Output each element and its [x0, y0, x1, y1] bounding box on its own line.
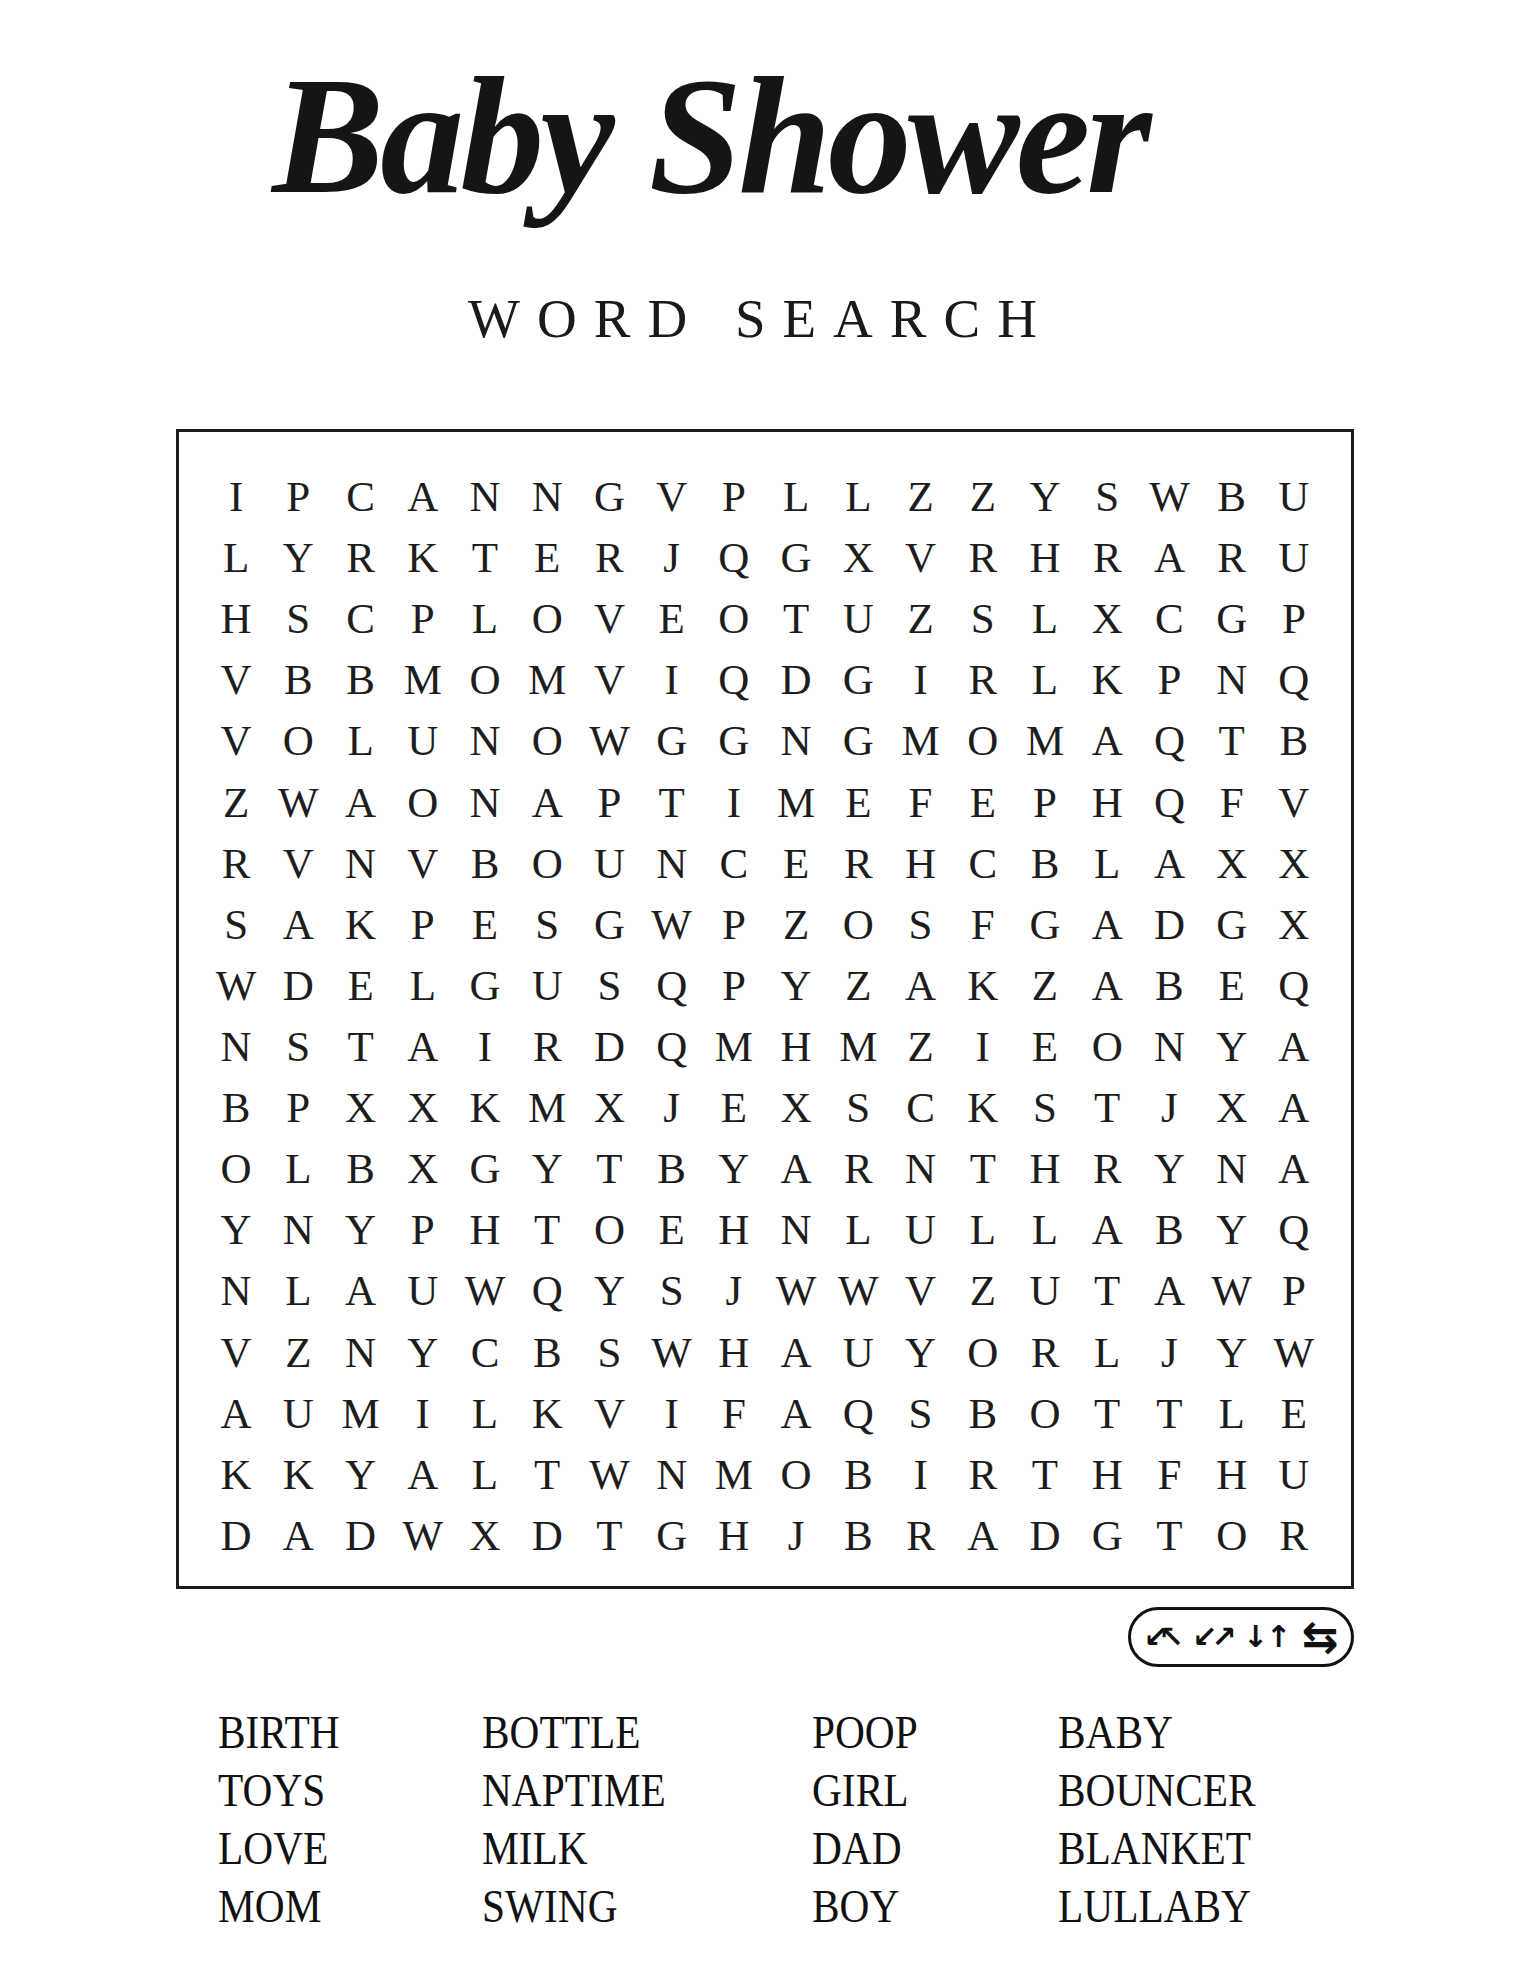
grid-cell[interactable]: G — [765, 527, 827, 588]
grid-cell[interactable]: O — [827, 894, 889, 955]
grid-cell[interactable]: U — [392, 1260, 454, 1321]
grid-cell[interactable]: Y — [329, 1199, 391, 1260]
grid-cell[interactable]: W — [454, 1260, 516, 1321]
grid-cell[interactable]: Y — [267, 527, 329, 588]
grid-cell[interactable]: L — [1014, 649, 1076, 710]
grid-cell[interactable]: H — [1201, 1444, 1263, 1505]
grid-cell[interactable]: D — [205, 1505, 267, 1566]
grid-cell[interactable]: R — [1014, 1322, 1076, 1383]
grid-cell[interactable]: R — [1076, 527, 1138, 588]
grid-cell[interactable]: H — [765, 1016, 827, 1077]
grid-cell[interactable]: Z — [205, 772, 267, 833]
grid-cell[interactable]: O — [516, 710, 578, 771]
grid-cell[interactable]: P — [1263, 1260, 1325, 1321]
grid-cell[interactable]: Y — [329, 1444, 391, 1505]
grid-cell[interactable]: T — [454, 527, 516, 588]
grid-cell[interactable]: P — [1014, 772, 1076, 833]
grid-cell[interactable]: N — [889, 1138, 951, 1199]
grid-cell[interactable]: S — [267, 588, 329, 649]
grid-cell[interactable]: V — [205, 1322, 267, 1383]
grid-cell[interactable]: H — [205, 588, 267, 649]
grid-cell[interactable]: B — [827, 1505, 889, 1566]
grid-cell[interactable]: A — [765, 1383, 827, 1444]
grid-cell[interactable]: Q — [703, 527, 765, 588]
grid-cell[interactable]: Z — [827, 955, 889, 1016]
grid-cell[interactable]: A — [1263, 1077, 1325, 1138]
grid-cell[interactable]: T — [1076, 1260, 1138, 1321]
grid-cell[interactable]: C — [329, 588, 391, 649]
grid-cell[interactable]: X — [1201, 833, 1263, 894]
grid-cell[interactable]: V — [1263, 772, 1325, 833]
grid-cell[interactable]: T — [329, 1016, 391, 1077]
grid-cell[interactable]: L — [952, 1199, 1014, 1260]
grid-cell[interactable]: P — [578, 772, 640, 833]
grid-cell[interactable]: U — [827, 1322, 889, 1383]
grid-cell[interactable]: D — [1014, 1505, 1076, 1566]
grid-cell[interactable]: R — [329, 527, 391, 588]
word-list-item[interactable]: GIRL — [812, 1761, 918, 1819]
grid-cell[interactable]: U — [889, 1199, 951, 1260]
grid-cell[interactable]: R — [1076, 1138, 1138, 1199]
grid-cell[interactable]: V — [641, 466, 703, 527]
grid-cell[interactable]: G — [1201, 894, 1263, 955]
grid-cell[interactable]: S — [516, 894, 578, 955]
grid-cell[interactable]: N — [205, 1016, 267, 1077]
grid-cell[interactable]: L — [1076, 1322, 1138, 1383]
grid-cell[interactable]: R — [578, 527, 640, 588]
grid-cell[interactable]: X — [392, 1138, 454, 1199]
grid-cell[interactable]: A — [516, 772, 578, 833]
grid-cell[interactable]: O — [1076, 1016, 1138, 1077]
grid-cell[interactable]: L — [1076, 833, 1138, 894]
grid-cell[interactable]: L — [827, 466, 889, 527]
word-list-item[interactable]: MILK — [482, 1819, 666, 1877]
grid-cell[interactable]: L — [454, 588, 516, 649]
grid-cell[interactable]: T — [1076, 1383, 1138, 1444]
grid-cell[interactable]: X — [392, 1077, 454, 1138]
grid-cell[interactable]: Y — [392, 1322, 454, 1383]
grid-cell[interactable]: X — [1201, 1077, 1263, 1138]
grid-cell[interactable]: Q — [1138, 772, 1200, 833]
grid-cell[interactable]: I — [703, 772, 765, 833]
grid-cell[interactable]: O — [578, 1199, 640, 1260]
grid-cell[interactable]: J — [765, 1505, 827, 1566]
grid-cell[interactable]: N — [1201, 1138, 1263, 1199]
grid-cell[interactable]: C — [454, 1322, 516, 1383]
grid-cell[interactable]: U — [516, 955, 578, 1016]
word-list-item[interactable]: TOYS — [218, 1761, 340, 1819]
word-list-item[interactable]: BOY — [812, 1877, 918, 1935]
grid-cell[interactable]: T — [1014, 1444, 1076, 1505]
grid-cell[interactable]: N — [454, 466, 516, 527]
grid-cell[interactable]: X — [1263, 833, 1325, 894]
grid-cell[interactable]: U — [578, 833, 640, 894]
grid-cell[interactable]: C — [329, 466, 391, 527]
grid-cell[interactable]: B — [827, 1444, 889, 1505]
grid-cell[interactable]: Y — [1201, 1322, 1263, 1383]
grid-cell[interactable]: I — [889, 1444, 951, 1505]
grid-cell[interactable]: J — [1138, 1322, 1200, 1383]
grid-cell[interactable]: R — [1263, 1505, 1325, 1566]
grid-cell[interactable]: M — [765, 772, 827, 833]
grid-cell[interactable]: R — [952, 527, 1014, 588]
grid-cell[interactable]: A — [392, 466, 454, 527]
grid-cell[interactable]: O — [952, 1322, 1014, 1383]
grid-cell[interactable]: Z — [952, 1260, 1014, 1321]
grid-cell[interactable]: Y — [703, 1138, 765, 1199]
grid-cell[interactable]: T — [952, 1138, 1014, 1199]
grid-cell[interactable]: Z — [889, 1016, 951, 1077]
grid-cell[interactable]: H — [703, 1199, 765, 1260]
grid-cell[interactable]: B — [1263, 710, 1325, 771]
grid-cell[interactable]: V — [889, 527, 951, 588]
grid-cell[interactable]: Q — [1263, 1199, 1325, 1260]
grid-cell[interactable]: G — [454, 1138, 516, 1199]
grid-cell[interactable]: D — [1138, 894, 1200, 955]
grid-cell[interactable]: N — [641, 1444, 703, 1505]
grid-cell[interactable]: D — [267, 955, 329, 1016]
grid-cell[interactable]: B — [516, 1322, 578, 1383]
grid-cell[interactable]: N — [516, 466, 578, 527]
grid-cell[interactable]: H — [1014, 527, 1076, 588]
grid-cell[interactable]: L — [454, 1383, 516, 1444]
grid-cell[interactable]: L — [454, 1444, 516, 1505]
grid-cell[interactable]: D — [329, 1505, 391, 1566]
grid-cell[interactable]: R — [827, 1138, 889, 1199]
grid-cell[interactable]: N — [641, 833, 703, 894]
grid-cell[interactable]: W — [267, 772, 329, 833]
word-list-item[interactable]: BABY — [1058, 1703, 1256, 1761]
grid-cell[interactable]: T — [1201, 710, 1263, 771]
grid-cell[interactable]: K — [205, 1444, 267, 1505]
grid-cell[interactable]: L — [329, 710, 391, 771]
grid-cell[interactable]: H — [1014, 1138, 1076, 1199]
grid-cell[interactable]: V — [578, 588, 640, 649]
word-list-item[interactable]: BIRTH — [218, 1703, 340, 1761]
grid-cell[interactable]: B — [1138, 1199, 1200, 1260]
grid-cell[interactable]: L — [392, 955, 454, 1016]
grid-cell[interactable]: N — [329, 1322, 391, 1383]
grid-cell[interactable]: I — [889, 649, 951, 710]
grid-cell[interactable]: A — [765, 1138, 827, 1199]
grid-cell[interactable]: U — [267, 1383, 329, 1444]
grid-cell[interactable]: R — [1201, 527, 1263, 588]
grid-cell[interactable]: A — [1076, 710, 1138, 771]
grid-cell[interactable]: T — [765, 588, 827, 649]
grid-cell[interactable]: H — [454, 1199, 516, 1260]
grid-cell[interactable]: A — [1138, 1260, 1200, 1321]
grid-cell[interactable]: M — [392, 649, 454, 710]
grid-cell[interactable]: B — [1014, 833, 1076, 894]
grid-cell[interactable]: W — [765, 1260, 827, 1321]
grid-cell[interactable]: Z — [765, 894, 827, 955]
grid-cell[interactable]: M — [827, 1016, 889, 1077]
grid-cell[interactable]: A — [1263, 1138, 1325, 1199]
grid-cell[interactable]: A — [329, 772, 391, 833]
grid-cell[interactable]: Y — [1014, 466, 1076, 527]
grid-cell[interactable]: Y — [889, 1322, 951, 1383]
grid-cell[interactable]: W — [392, 1505, 454, 1566]
grid-cell[interactable]: E — [1201, 955, 1263, 1016]
grid-cell[interactable]: V — [205, 710, 267, 771]
grid-cell[interactable]: S — [827, 1077, 889, 1138]
grid-cell[interactable]: H — [703, 1322, 765, 1383]
grid-cell[interactable]: P — [1138, 649, 1200, 710]
grid-cell[interactable]: A — [267, 1505, 329, 1566]
grid-cell[interactable]: S — [1014, 1077, 1076, 1138]
grid-cell[interactable]: O — [765, 1444, 827, 1505]
grid-cell[interactable]: E — [329, 955, 391, 1016]
grid-cell[interactable]: R — [516, 1016, 578, 1077]
grid-cell[interactable]: M — [703, 1444, 765, 1505]
grid-cell[interactable]: A — [1263, 1016, 1325, 1077]
grid-cell[interactable]: A — [1138, 527, 1200, 588]
grid-cell[interactable]: D — [516, 1505, 578, 1566]
grid-cell[interactable]: P — [267, 466, 329, 527]
grid-cell[interactable]: H — [703, 1505, 765, 1566]
grid-cell[interactable]: E — [516, 527, 578, 588]
grid-cell[interactable]: L — [267, 1138, 329, 1199]
grid-cell[interactable]: Z — [952, 466, 1014, 527]
grid-cell[interactable]: O — [952, 710, 1014, 771]
grid-cell[interactable]: B — [1138, 955, 1200, 1016]
grid-cell[interactable]: N — [454, 772, 516, 833]
grid-cell[interactable]: C — [703, 833, 765, 894]
grid-cell[interactable]: P — [703, 894, 765, 955]
grid-cell[interactable]: G — [827, 710, 889, 771]
grid-cell[interactable]: A — [267, 894, 329, 955]
grid-cell[interactable]: E — [1263, 1383, 1325, 1444]
grid-cell[interactable]: T — [1138, 1383, 1200, 1444]
grid-cell[interactable]: S — [578, 955, 640, 1016]
word-list-item[interactable]: BLANKET — [1058, 1819, 1256, 1877]
grid-cell[interactable]: W — [578, 1444, 640, 1505]
grid-cell[interactable]: N — [765, 710, 827, 771]
grid-cell[interactable]: B — [329, 1138, 391, 1199]
grid-cell[interactable]: X — [827, 527, 889, 588]
grid-cell[interactable]: A — [329, 1260, 391, 1321]
grid-cell[interactable]: P — [703, 955, 765, 1016]
word-list-item[interactable]: BOTTLE — [482, 1703, 666, 1761]
grid-cell[interactable]: G — [703, 710, 765, 771]
grid-cell[interactable]: G — [641, 1505, 703, 1566]
grid-cell[interactable]: U — [1263, 1444, 1325, 1505]
grid-cell[interactable]: X — [329, 1077, 391, 1138]
grid-cell[interactable]: R — [889, 1505, 951, 1566]
grid-cell[interactable]: S — [578, 1322, 640, 1383]
grid-cell[interactable]: M — [703, 1016, 765, 1077]
grid-cell[interactable]: B — [267, 649, 329, 710]
grid-cell[interactable]: Q — [827, 1383, 889, 1444]
grid-cell[interactable]: G — [454, 955, 516, 1016]
grid-cell[interactable]: G — [827, 649, 889, 710]
word-list-item[interactable]: SWING — [482, 1877, 666, 1935]
grid-cell[interactable]: B — [952, 1383, 1014, 1444]
grid-cell[interactable]: P — [1263, 588, 1325, 649]
grid-cell[interactable]: U — [392, 710, 454, 771]
grid-cell[interactable]: Z — [889, 466, 951, 527]
grid-cell[interactable]: P — [392, 588, 454, 649]
grid-cell[interactable]: O — [1014, 1383, 1076, 1444]
grid-cell[interactable]: T — [516, 1444, 578, 1505]
grid-cell[interactable]: E — [952, 772, 1014, 833]
grid-cell[interactable]: F — [889, 772, 951, 833]
grid-cell[interactable]: S — [889, 894, 951, 955]
grid-cell[interactable]: E — [703, 1077, 765, 1138]
grid-cell[interactable]: M — [889, 710, 951, 771]
grid-cell[interactable]: T — [578, 1138, 640, 1199]
grid-cell[interactable]: M — [329, 1383, 391, 1444]
grid-cell[interactable]: A — [392, 1016, 454, 1077]
grid-cell[interactable]: Y — [578, 1260, 640, 1321]
grid-cell[interactable]: O — [454, 649, 516, 710]
grid-cell[interactable]: T — [1076, 1077, 1138, 1138]
grid-cell[interactable]: O — [205, 1138, 267, 1199]
grid-cell[interactable]: W — [1263, 1322, 1325, 1383]
word-list-item[interactable]: NAPTIME — [482, 1761, 666, 1819]
word-list-item[interactable]: POOP — [812, 1703, 918, 1761]
grid-cell[interactable]: A — [1076, 894, 1138, 955]
grid-cell[interactable]: I — [641, 1383, 703, 1444]
grid-cell[interactable]: A — [1138, 833, 1200, 894]
grid-cell[interactable]: Y — [516, 1138, 578, 1199]
grid-cell[interactable]: W — [827, 1260, 889, 1321]
grid-cell[interactable]: O — [516, 588, 578, 649]
grid-cell[interactable]: K — [952, 955, 1014, 1016]
grid-cell[interactable]: I — [392, 1383, 454, 1444]
grid-cell[interactable]: I — [641, 649, 703, 710]
grid-cell[interactable]: J — [641, 1077, 703, 1138]
grid-cell[interactable]: C — [952, 833, 1014, 894]
grid-cell[interactable]: P — [703, 466, 765, 527]
grid-cell[interactable]: I — [205, 466, 267, 527]
grid-cell[interactable]: T — [1138, 1505, 1200, 1566]
grid-cell[interactable]: R — [952, 1444, 1014, 1505]
grid-cell[interactable]: C — [889, 1077, 951, 1138]
grid-cell[interactable]: B — [1201, 466, 1263, 527]
grid-cell[interactable]: O — [703, 588, 765, 649]
grid-cell[interactable]: E — [765, 833, 827, 894]
word-list-item[interactable]: DAD — [812, 1819, 918, 1877]
grid-cell[interactable]: L — [205, 527, 267, 588]
grid-cell[interactable]: N — [329, 833, 391, 894]
grid-cell[interactable]: D — [578, 1016, 640, 1077]
grid-cell[interactable]: F — [952, 894, 1014, 955]
grid-cell[interactable]: W — [641, 1322, 703, 1383]
grid-cell[interactable]: K — [267, 1444, 329, 1505]
grid-cell[interactable]: S — [205, 894, 267, 955]
grid-cell[interactable]: M — [516, 649, 578, 710]
grid-cell[interactable]: O — [516, 833, 578, 894]
grid-cell[interactable]: E — [641, 588, 703, 649]
grid-cell[interactable]: Z — [889, 588, 951, 649]
grid-cell[interactable]: E — [827, 772, 889, 833]
grid-cell[interactable]: Q — [1138, 710, 1200, 771]
grid-cell[interactable]: U — [1263, 466, 1325, 527]
grid-cell[interactable]: G — [1014, 894, 1076, 955]
grid-cell[interactable]: E — [641, 1199, 703, 1260]
grid-cell[interactable]: F — [703, 1383, 765, 1444]
grid-cell[interactable]: H — [1076, 1444, 1138, 1505]
grid-cell[interactable]: O — [267, 710, 329, 771]
grid-cell[interactable]: V — [205, 649, 267, 710]
grid-cell[interactable]: T — [578, 1505, 640, 1566]
grid-cell[interactable]: I — [952, 1016, 1014, 1077]
grid-cell[interactable]: M — [1014, 710, 1076, 771]
grid-cell[interactable]: N — [267, 1199, 329, 1260]
grid-cell[interactable]: J — [641, 527, 703, 588]
grid-cell[interactable]: V — [267, 833, 329, 894]
grid-cell[interactable]: Q — [1263, 955, 1325, 1016]
grid-cell[interactable]: V — [889, 1260, 951, 1321]
grid-cell[interactable]: W — [578, 710, 640, 771]
grid-cell[interactable]: L — [1014, 1199, 1076, 1260]
grid-cell[interactable]: Y — [765, 955, 827, 1016]
grid-cell[interactable]: H — [889, 833, 951, 894]
grid-cell[interactable]: N — [765, 1199, 827, 1260]
grid-cell[interactable]: R — [952, 649, 1014, 710]
word-list-item[interactable]: LULLABY — [1058, 1877, 1256, 1935]
grid-cell[interactable]: O — [392, 772, 454, 833]
grid-cell[interactable]: J — [1138, 1077, 1200, 1138]
grid-cell[interactable]: Z — [1014, 955, 1076, 1016]
grid-cell[interactable]: T — [641, 772, 703, 833]
grid-cell[interactable]: W — [205, 955, 267, 1016]
grid-cell[interactable]: D — [765, 649, 827, 710]
word-list-item[interactable]: LOVE — [218, 1819, 340, 1877]
grid-cell[interactable]: A — [1076, 1199, 1138, 1260]
grid-cell[interactable]: A — [952, 1505, 1014, 1566]
grid-cell[interactable]: Q — [641, 955, 703, 1016]
grid-cell[interactable]: A — [765, 1322, 827, 1383]
grid-cell[interactable]: Y — [1201, 1199, 1263, 1260]
grid-cell[interactable]: I — [454, 1016, 516, 1077]
grid-cell[interactable]: K — [516, 1383, 578, 1444]
grid-cell[interactable]: S — [267, 1016, 329, 1077]
grid-cell[interactable]: P — [392, 894, 454, 955]
word-list-item[interactable]: MOM — [218, 1877, 340, 1935]
grid-cell[interactable]: E — [1014, 1016, 1076, 1077]
grid-cell[interactable]: Q — [1263, 649, 1325, 710]
grid-cell[interactable]: A — [392, 1444, 454, 1505]
grid-cell[interactable]: S — [641, 1260, 703, 1321]
grid-cell[interactable]: H — [1076, 772, 1138, 833]
grid-cell[interactable]: S — [889, 1383, 951, 1444]
grid-cell[interactable]: L — [1201, 1383, 1263, 1444]
grid-cell[interactable]: K — [392, 527, 454, 588]
grid-cell[interactable]: A — [1076, 955, 1138, 1016]
grid-cell[interactable]: S — [1076, 466, 1138, 527]
grid-cell[interactable]: B — [641, 1138, 703, 1199]
grid-cell[interactable]: V — [392, 833, 454, 894]
grid-cell[interactable]: M — [516, 1077, 578, 1138]
grid-cell[interactable]: X — [578, 1077, 640, 1138]
grid-cell[interactable]: G — [1076, 1505, 1138, 1566]
grid-cell[interactable]: U — [827, 588, 889, 649]
grid-cell[interactable]: Q — [516, 1260, 578, 1321]
grid-cell[interactable]: K — [952, 1077, 1014, 1138]
grid-cell[interactable]: Y — [1201, 1016, 1263, 1077]
grid-cell[interactable]: N — [1201, 649, 1263, 710]
grid-cell[interactable]: B — [205, 1077, 267, 1138]
grid-cell[interactable]: G — [1201, 588, 1263, 649]
grid-cell[interactable]: P — [392, 1199, 454, 1260]
grid-cell[interactable]: V — [578, 1383, 640, 1444]
grid-cell[interactable]: C — [1138, 588, 1200, 649]
grid-cell[interactable]: E — [454, 894, 516, 955]
grid-cell[interactable]: Q — [641, 1016, 703, 1077]
grid-cell[interactable]: N — [1138, 1016, 1200, 1077]
